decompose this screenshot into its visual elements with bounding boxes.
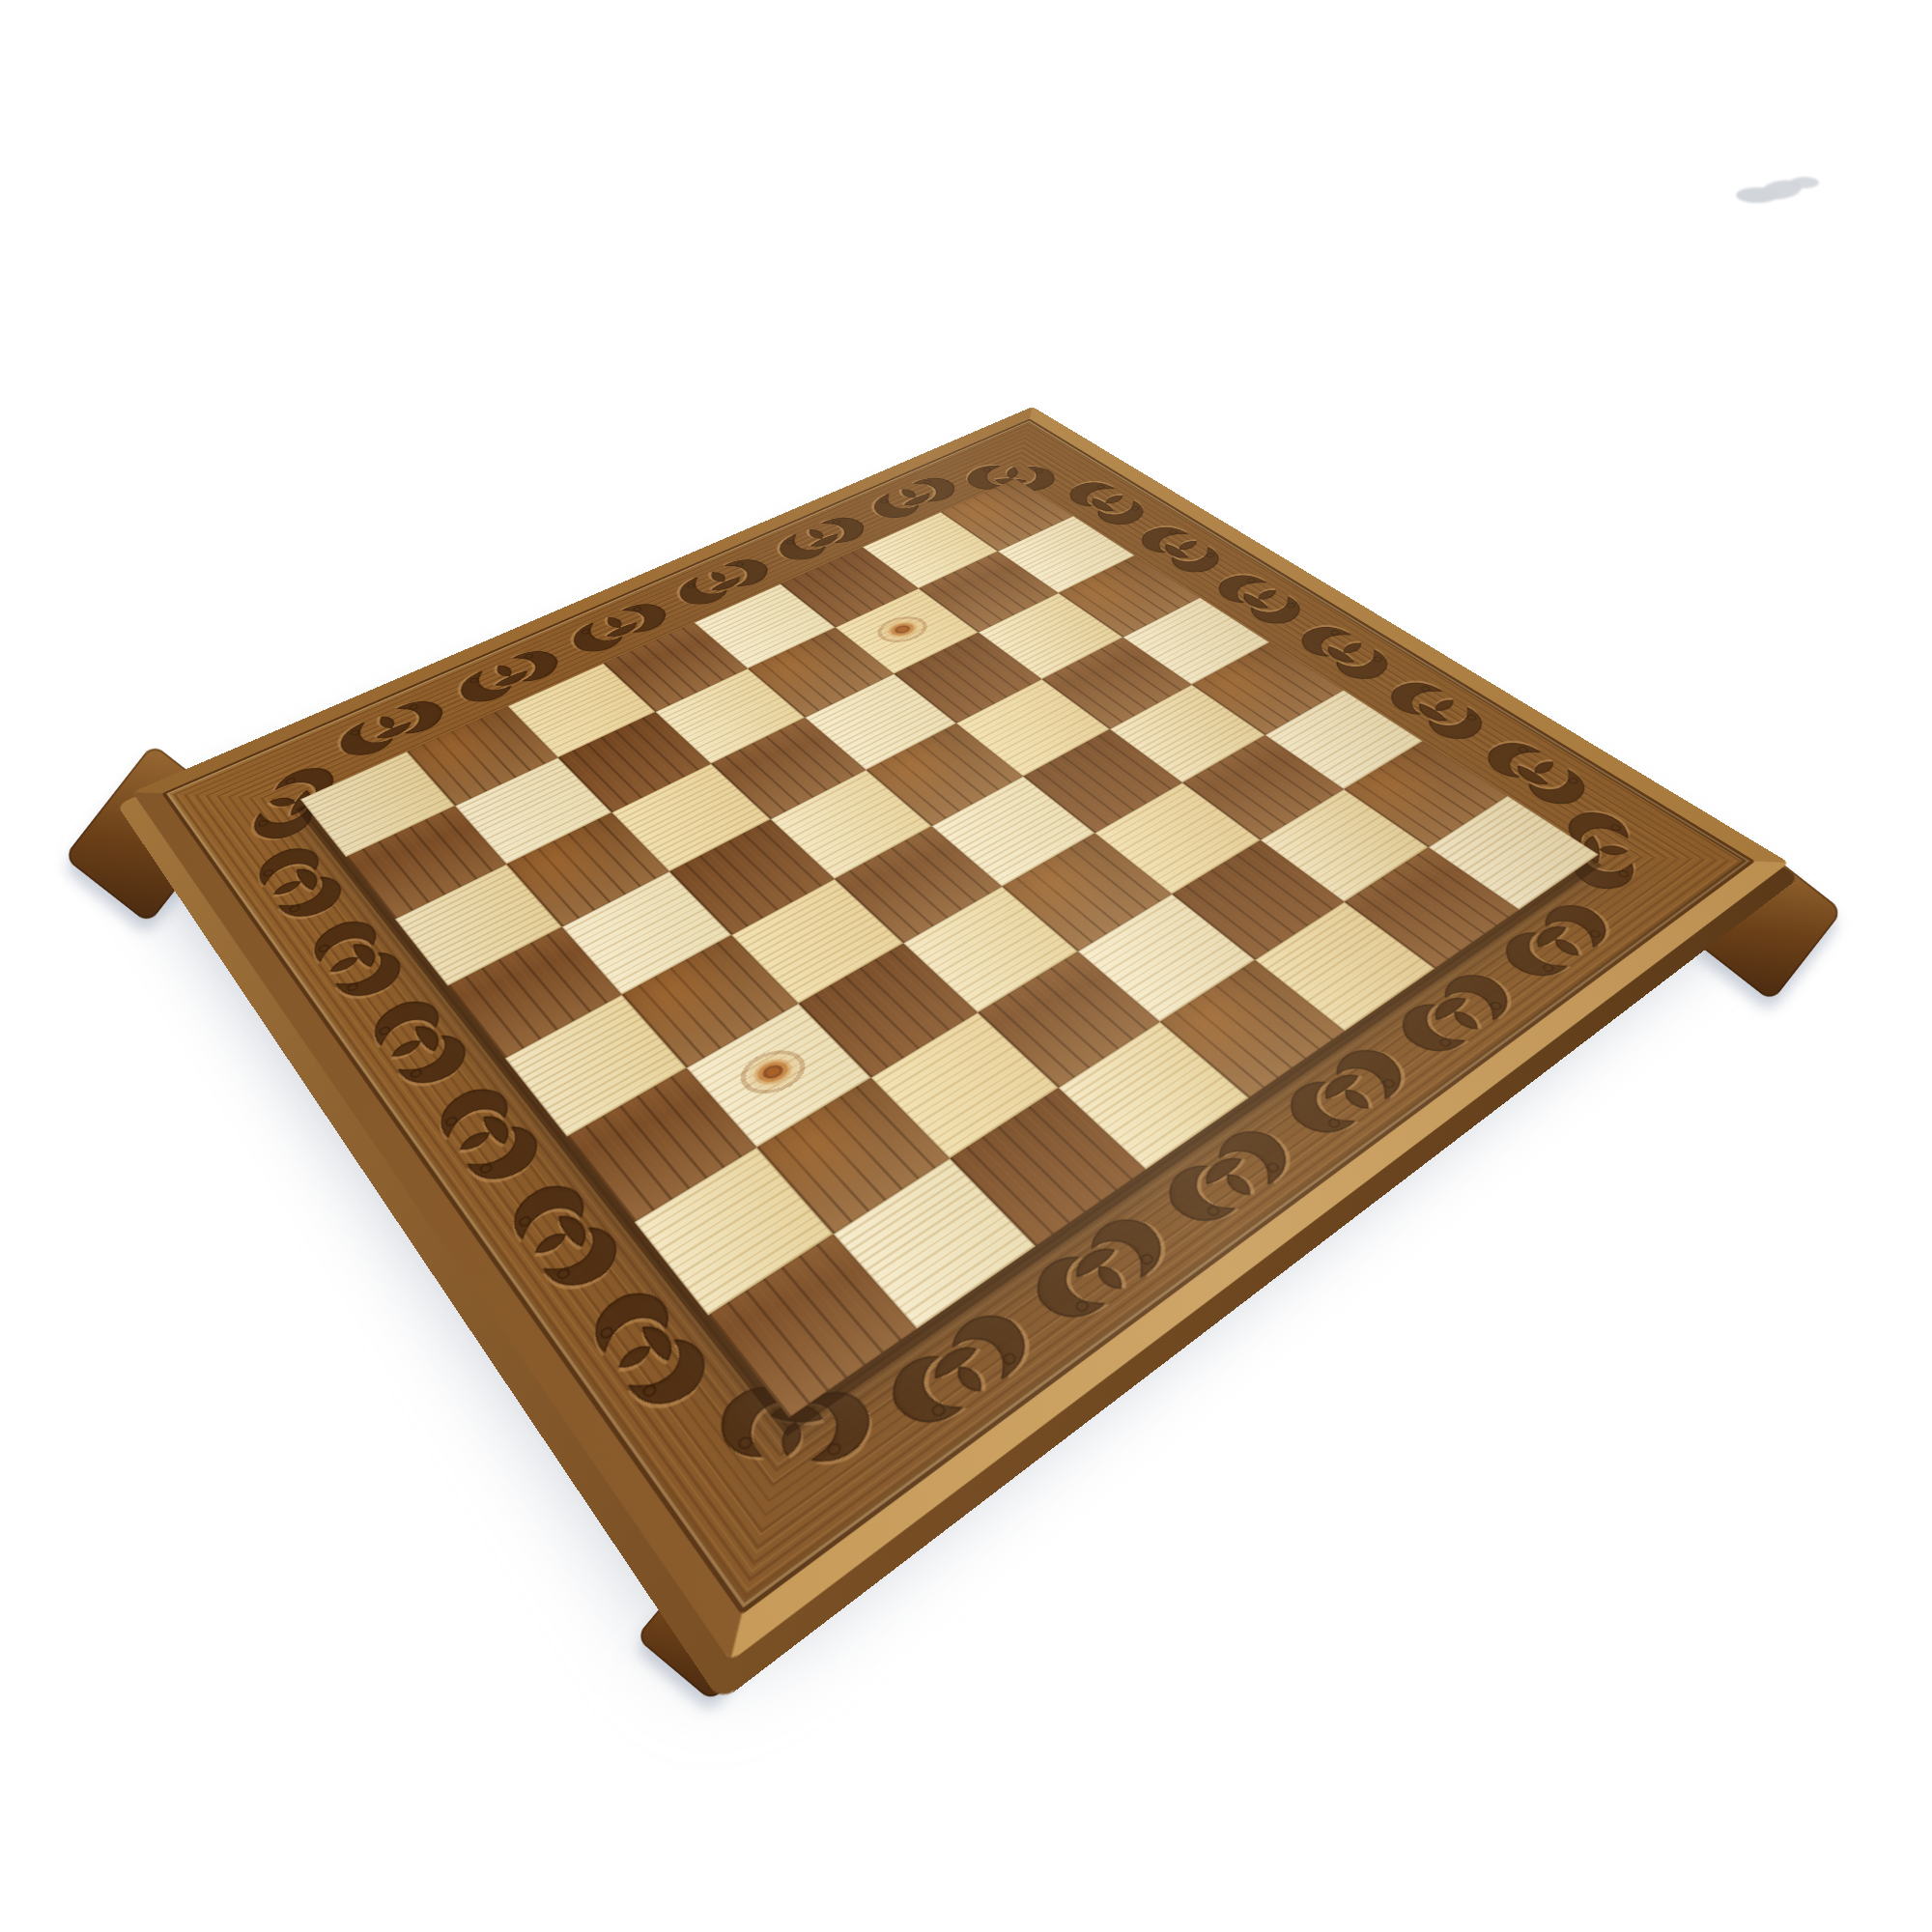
- wood-knot: [866, 609, 939, 650]
- wood-knot: [725, 1037, 819, 1108]
- photo-canvas: [0, 0, 1932, 1932]
- gray-smudge-artifact: [1734, 174, 1831, 220]
- chess-board: [132, 407, 1789, 1662]
